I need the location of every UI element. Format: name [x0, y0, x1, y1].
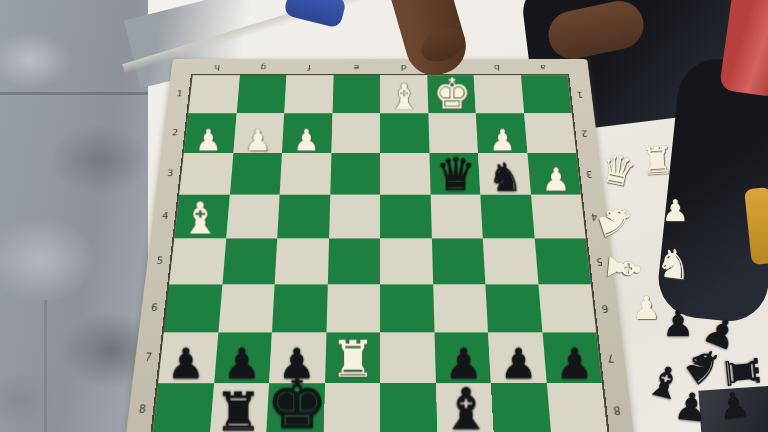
square-c5[interactable] [431, 238, 485, 284]
black-pawn-g7[interactable]: ♟ [214, 344, 269, 386]
square-c4[interactable] [430, 195, 483, 239]
square-d3[interactable] [380, 153, 430, 195]
square-g8[interactable]: ♜ [209, 383, 269, 432]
square-h8[interactable] [152, 383, 213, 432]
square-g6[interactable] [218, 284, 275, 332]
file-label-top-a: a [540, 63, 546, 70]
square-f5[interactable] [275, 238, 329, 284]
square-a8[interactable] [546, 383, 607, 432]
file-label-top-h: h [214, 63, 220, 70]
square-f3[interactable] [280, 153, 331, 195]
square-d1[interactable]: ♝ [380, 75, 428, 113]
captured-white-pawn[interactable]: ♟ [632, 292, 661, 324]
square-e8[interactable] [323, 383, 380, 432]
rank-label-left-5: 5 [156, 256, 164, 265]
white-king-c1[interactable]: ♚ [428, 73, 476, 115]
square-f2[interactable]: ♟ [282, 113, 332, 153]
white-pawn-g2[interactable]: ♟ [233, 125, 282, 154]
square-e7[interactable]: ♜ [325, 333, 380, 384]
square-a3[interactable]: ♟ [527, 153, 581, 195]
square-a1[interactable] [521, 75, 572, 113]
square-b6[interactable] [485, 284, 542, 332]
black-king-f8[interactable]: ♚ [266, 370, 323, 432]
square-c1[interactable]: ♚ [427, 75, 476, 113]
square-b3[interactable]: ♞ [478, 153, 531, 195]
square-a6[interactable] [538, 284, 596, 332]
square-f4[interactable] [277, 195, 330, 239]
rank-label-right-1: 1 [576, 90, 583, 98]
square-e6[interactable] [326, 284, 380, 332]
rank-label-right-6: 6 [601, 303, 609, 313]
square-c3[interactable]: ♛ [429, 153, 480, 195]
captured-black-pawn[interactable]: ♟ [716, 386, 753, 426]
floor-tile-joint [44, 300, 47, 432]
square-a7[interactable]: ♟ [542, 333, 602, 384]
captured-white-pawn[interactable]: ♟ [662, 196, 689, 226]
black-pawn-a7[interactable]: ♟ [546, 344, 601, 386]
square-e5[interactable] [327, 238, 380, 284]
square-f8[interactable]: ♚ [266, 383, 324, 432]
square-h4[interactable]: ♝ [174, 195, 229, 239]
file-label-top-b: b [494, 63, 500, 70]
square-a2[interactable] [524, 113, 576, 153]
scene: ♝♚♟♟♟♟♛♞♟♝♟♟♟♜♟♟♟♜♚♝ hhggffeeddccbbaa112… [0, 0, 768, 432]
captured-white-rook[interactable]: ♜ [639, 141, 676, 181]
captured-white-knight[interactable]: ♞ [653, 242, 694, 287]
square-c8[interactable]: ♝ [435, 383, 493, 432]
square-g1[interactable] [236, 75, 286, 113]
rank-label-right-2: 2 [581, 129, 588, 137]
rank-label-left-6: 6 [151, 303, 159, 313]
square-d5[interactable] [380, 238, 433, 284]
rank-label-left-7: 7 [145, 353, 153, 363]
board-squares: ♝♚♟♟♟♟♛♞♟♝♟♟♟♜♟♟♟♜♚♝ [152, 75, 607, 432]
square-b5[interactable] [483, 238, 538, 284]
file-label-top-d: d [401, 63, 407, 70]
square-a5[interactable] [534, 238, 591, 284]
square-h5[interactable] [169, 238, 226, 284]
black-pawn-h7[interactable]: ♟ [158, 344, 213, 386]
player-sleeve [283, 0, 347, 29]
square-e4[interactable] [329, 195, 380, 239]
square-e2[interactable] [331, 113, 380, 153]
captured-black-pawn[interactable]: ♟ [672, 386, 710, 427]
square-e1[interactable] [332, 75, 380, 113]
rank-label-left-1: 1 [176, 90, 183, 98]
white-pawn-a3[interactable]: ♟ [531, 165, 581, 197]
square-f1[interactable] [284, 75, 333, 113]
square-d6[interactable] [380, 284, 434, 332]
square-d8[interactable] [380, 383, 437, 432]
floor-tile-joint [0, 92, 148, 95]
rank-label-right-8: 8 [613, 404, 621, 415]
square-a4[interactable] [531, 195, 586, 239]
square-e3[interactable] [330, 153, 380, 195]
square-b4[interactable] [480, 195, 534, 239]
square-h3[interactable] [179, 153, 233, 195]
square-g3[interactable] [229, 153, 282, 195]
square-d7[interactable] [380, 333, 435, 384]
square-g2[interactable]: ♟ [233, 113, 284, 153]
square-b8[interactable] [491, 383, 551, 432]
black-knight-b3[interactable]: ♞ [480, 158, 530, 197]
file-label-top-e: e [354, 63, 360, 70]
black-rook-g8[interactable]: ♜ [209, 385, 266, 432]
white-pawn-f2[interactable]: ♟ [282, 125, 331, 154]
black-pawn-b7[interactable]: ♟ [491, 344, 546, 386]
square-b7[interactable]: ♟ [488, 333, 546, 384]
black-bishop-c8[interactable]: ♝ [437, 382, 494, 432]
white-pawn-h2[interactable]: ♟ [184, 125, 233, 154]
square-g4[interactable] [226, 195, 280, 239]
square-h2[interactable]: ♟ [184, 113, 236, 153]
square-d2[interactable] [380, 113, 429, 153]
rank-label-right-7: 7 [607, 353, 615, 363]
white-pawn-b2[interactable]: ♟ [478, 125, 527, 154]
file-label-top-g: g [260, 63, 266, 70]
square-h1[interactable] [188, 75, 239, 113]
square-d4[interactable] [380, 195, 431, 239]
rank-label-right-3: 3 [586, 169, 593, 177]
square-f6[interactable] [272, 284, 327, 332]
square-g5[interactable] [222, 238, 277, 284]
square-g7[interactable]: ♟ [214, 333, 272, 384]
white-rook-e7[interactable]: ♜ [325, 335, 380, 385]
captured-black-pawn[interactable]: ♟ [662, 306, 694, 342]
white-bishop-d1[interactable]: ♝ [380, 80, 428, 115]
square-h7[interactable]: ♟ [158, 333, 218, 384]
square-b2[interactable]: ♟ [476, 113, 527, 153]
rank-label-left-8: 8 [138, 404, 146, 415]
captured-white-queen[interactable]: ♛ [596, 147, 639, 194]
square-h6[interactable] [164, 284, 222, 332]
captured-white-bishop[interactable]: ♝ [600, 246, 648, 290]
rank-label-left-3: 3 [167, 169, 174, 177]
chess-board: ♝♚♟♟♟♟♛♞♟♝♟♟♟♜♟♟♟♜♚♝ hhggffeeddccbbaa112… [122, 59, 639, 432]
square-c6[interactable] [433, 284, 488, 332]
rank-label-left-4: 4 [162, 212, 169, 221]
white-bishop-h4[interactable]: ♝ [174, 197, 225, 241]
file-label-top-f: f [307, 63, 311, 70]
square-b1[interactable] [474, 75, 524, 113]
rank-label-left-2: 2 [172, 129, 179, 137]
black-queen-c3[interactable]: ♛ [430, 151, 480, 196]
